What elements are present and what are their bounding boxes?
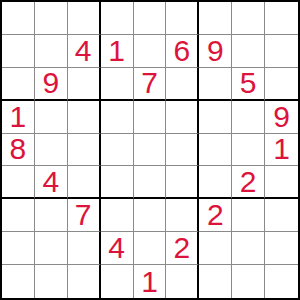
cell-r3c1[interactable] (2, 68, 35, 101)
cell-r2c1[interactable] (2, 35, 35, 68)
cell-r4c7[interactable] (199, 101, 232, 134)
cell-r7c1[interactable] (2, 199, 35, 232)
cell-r8c4[interactable]: 4 (101, 232, 134, 265)
cell-r1c2[interactable] (35, 2, 68, 35)
cell-r1c6[interactable] (166, 2, 199, 35)
sudoku-board: 416997519814272421 (0, 0, 300, 300)
cell-r5c8[interactable] (232, 134, 265, 167)
cell-r7c4[interactable] (101, 199, 134, 232)
cell-r5c2[interactable] (35, 134, 68, 167)
cell-r3c6[interactable] (166, 68, 199, 101)
cell-r1c3[interactable] (68, 2, 101, 35)
cell-r9c7[interactable] (199, 265, 232, 298)
cell-r9c5[interactable]: 1 (134, 265, 167, 298)
cell-r9c6[interactable] (166, 265, 199, 298)
cell-r4c6[interactable] (166, 101, 199, 134)
cell-r1c7[interactable] (199, 2, 232, 35)
cell-r8c5[interactable] (134, 232, 167, 265)
cell-r6c4[interactable] (101, 166, 134, 199)
cell-r5c9[interactable]: 1 (265, 134, 298, 167)
cell-r4c1[interactable]: 1 (2, 101, 35, 134)
cell-r4c3[interactable] (68, 101, 101, 134)
cell-r3c3[interactable] (68, 68, 101, 101)
cell-r4c9[interactable]: 9 (265, 101, 298, 134)
cell-r9c1[interactable] (2, 265, 35, 298)
cell-r2c5[interactable] (134, 35, 167, 68)
cell-r6c9[interactable] (265, 166, 298, 199)
cell-r7c2[interactable] (35, 199, 68, 232)
cell-r4c2[interactable] (35, 101, 68, 134)
cell-r6c8[interactable]: 2 (232, 166, 265, 199)
cell-r7c3[interactable]: 7 (68, 199, 101, 232)
cell-r6c5[interactable] (134, 166, 167, 199)
cell-r9c9[interactable] (265, 265, 298, 298)
cell-r2c6[interactable]: 6 (166, 35, 199, 68)
cell-r2c8[interactable] (232, 35, 265, 68)
cell-r3c8[interactable]: 5 (232, 68, 265, 101)
cell-r7c8[interactable] (232, 199, 265, 232)
cell-r3c2[interactable]: 9 (35, 68, 68, 101)
cell-r4c4[interactable] (101, 101, 134, 134)
cell-r5c1[interactable]: 8 (2, 134, 35, 167)
cell-r3c7[interactable] (199, 68, 232, 101)
cell-r4c5[interactable] (134, 101, 167, 134)
cell-r9c2[interactable] (35, 265, 68, 298)
cell-r6c2[interactable]: 4 (35, 166, 68, 199)
cell-r8c8[interactable] (232, 232, 265, 265)
cell-r1c4[interactable] (101, 2, 134, 35)
cell-r1c5[interactable] (134, 2, 167, 35)
cell-r4c8[interactable] (232, 101, 265, 134)
cell-r8c1[interactable] (2, 232, 35, 265)
cell-r3c4[interactable] (101, 68, 134, 101)
cell-r6c6[interactable] (166, 166, 199, 199)
cell-r2c2[interactable] (35, 35, 68, 68)
cell-r2c7[interactable]: 9 (199, 35, 232, 68)
cell-r8c2[interactable] (35, 232, 68, 265)
cell-r2c3[interactable]: 4 (68, 35, 101, 68)
cell-r8c7[interactable] (199, 232, 232, 265)
cell-r6c3[interactable] (68, 166, 101, 199)
cell-r5c5[interactable] (134, 134, 167, 167)
cell-r1c8[interactable] (232, 2, 265, 35)
cell-r8c6[interactable]: 2 (166, 232, 199, 265)
cell-r1c1[interactable] (2, 2, 35, 35)
cell-r3c9[interactable] (265, 68, 298, 101)
cell-r1c9[interactable] (265, 2, 298, 35)
cell-r9c8[interactable] (232, 265, 265, 298)
cell-r2c9[interactable] (265, 35, 298, 68)
cell-r8c9[interactable] (265, 232, 298, 265)
cell-r9c4[interactable] (101, 265, 134, 298)
cell-r6c1[interactable] (2, 166, 35, 199)
cell-r6c7[interactable] (199, 166, 232, 199)
cell-r7c7[interactable]: 2 (199, 199, 232, 232)
cell-r7c5[interactable] (134, 199, 167, 232)
cell-r7c6[interactable] (166, 199, 199, 232)
cell-r5c3[interactable] (68, 134, 101, 167)
cell-r7c9[interactable] (265, 199, 298, 232)
cell-r3c5[interactable]: 7 (134, 68, 167, 101)
cell-r9c3[interactable] (68, 265, 101, 298)
cell-r5c7[interactable] (199, 134, 232, 167)
cell-r8c3[interactable] (68, 232, 101, 265)
cell-r5c4[interactable] (101, 134, 134, 167)
cell-r5c6[interactable] (166, 134, 199, 167)
cell-r2c4[interactable]: 1 (101, 35, 134, 68)
